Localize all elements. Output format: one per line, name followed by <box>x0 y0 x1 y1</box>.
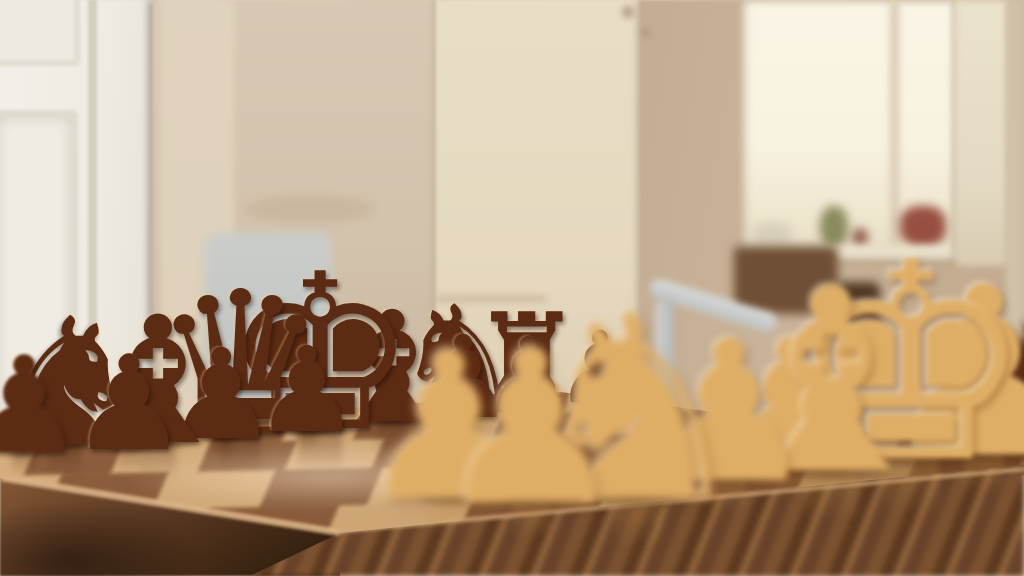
chess-photo-scene: ♟♞♟♝♟♛♟♚♝♞♟♜♟♟♞♟♟♞♟♟♝♚♟ <box>0 0 1024 576</box>
pieces-layer: ♟♞♟♝♟♛♟♚♝♞♟♜♟♟♞♟♟♞♟♟♝♚♟ <box>0 0 1024 576</box>
chess-piece-light-pawn: ♟ <box>424 287 638 501</box>
chess-piece-dark-pawn: ♟ <box>0 318 91 452</box>
